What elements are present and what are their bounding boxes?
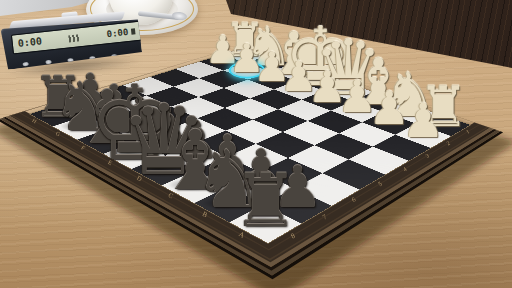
- white-pawn-a2[interactable]: ♟: [402, 98, 444, 145]
- black-rook-a8[interactable]: ♜: [233, 164, 299, 237]
- scene: 0:00 0:00 ABCDEFGH12345678 ♜♟♞♟♝♟♚♟♛♟♝♟♟…: [0, 0, 512, 288]
